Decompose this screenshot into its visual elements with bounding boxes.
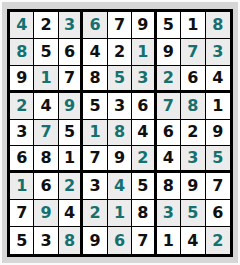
cell-r4c7[interactable]: 7 [157, 93, 181, 120]
cell-r6c9[interactable]: 5 [206, 146, 230, 173]
cell-r1c8[interactable]: 1 [181, 12, 205, 39]
cell-r6c2[interactable]: 8 [34, 146, 58, 173]
cell-r3c3[interactable]: 7 [59, 66, 83, 93]
sudoku-board: 4236795188564219739178532642495367813751… [7, 9, 233, 257]
cell-r3c4[interactable]: 8 [83, 66, 107, 93]
cell-r4c3[interactable]: 9 [59, 93, 83, 120]
cell-r2c2[interactable]: 5 [34, 39, 58, 66]
cell-r6c8[interactable]: 3 [181, 146, 205, 173]
cell-r9c8[interactable]: 4 [181, 227, 205, 254]
cell-r9c9[interactable]: 2 [206, 227, 230, 254]
cell-r9c5[interactable]: 6 [108, 227, 132, 254]
cell-r1c3[interactable]: 3 [59, 12, 83, 39]
cell-r4c5[interactable]: 3 [108, 93, 132, 120]
cell-r8c8[interactable]: 5 [181, 200, 205, 227]
cell-r7c3[interactable]: 2 [59, 173, 83, 200]
cell-r7c1[interactable]: 1 [10, 173, 34, 200]
cell-r4c2[interactable]: 4 [34, 93, 58, 120]
cell-r9c1[interactable]: 5 [10, 227, 34, 254]
cell-r5c4[interactable]: 1 [83, 120, 107, 147]
cell-r2c8[interactable]: 7 [181, 39, 205, 66]
cell-r8c2[interactable]: 9 [34, 200, 58, 227]
cell-r3c2[interactable]: 1 [34, 66, 58, 93]
cell-r1c4[interactable]: 6 [83, 12, 107, 39]
cell-r6c4[interactable]: 7 [83, 146, 107, 173]
cell-r5c2[interactable]: 7 [34, 120, 58, 147]
cell-r3c1[interactable]: 9 [10, 66, 34, 93]
cell-r9c6[interactable]: 7 [132, 227, 156, 254]
cell-r4c1[interactable]: 2 [10, 93, 34, 120]
cell-r3c6[interactable]: 3 [132, 66, 156, 93]
cell-r9c2[interactable]: 3 [34, 227, 58, 254]
cell-r4c8[interactable]: 8 [181, 93, 205, 120]
cell-r2c6[interactable]: 1 [132, 39, 156, 66]
cell-r1c5[interactable]: 7 [108, 12, 132, 39]
cell-r7c9[interactable]: 7 [206, 173, 230, 200]
cell-r1c6[interactable]: 9 [132, 12, 156, 39]
cell-r6c1[interactable]: 6 [10, 146, 34, 173]
cell-r2c1[interactable]: 8 [10, 39, 34, 66]
cell-r2c3[interactable]: 6 [59, 39, 83, 66]
cell-r5c9[interactable]: 9 [206, 120, 230, 147]
cell-r8c1[interactable]: 7 [10, 200, 34, 227]
cell-r5c8[interactable]: 2 [181, 120, 205, 147]
cell-r3c8[interactable]: 6 [181, 66, 205, 93]
cell-r7c6[interactable]: 5 [132, 173, 156, 200]
cell-r3c9[interactable]: 4 [206, 66, 230, 93]
cell-r8c3[interactable]: 4 [59, 200, 83, 227]
cell-r2c5[interactable]: 2 [108, 39, 132, 66]
cell-r1c1[interactable]: 4 [10, 12, 34, 39]
cell-r3c5[interactable]: 5 [108, 66, 132, 93]
cell-r8c5[interactable]: 1 [108, 200, 132, 227]
cell-r4c9[interactable]: 1 [206, 93, 230, 120]
cell-r5c3[interactable]: 5 [59, 120, 83, 147]
cell-r6c5[interactable]: 9 [108, 146, 132, 173]
cell-r8c4[interactable]: 2 [83, 200, 107, 227]
cell-r7c4[interactable]: 3 [83, 173, 107, 200]
cell-r4c6[interactable]: 6 [132, 93, 156, 120]
cell-r7c8[interactable]: 9 [181, 173, 205, 200]
cell-r6c6[interactable]: 2 [132, 146, 156, 173]
cell-r2c7[interactable]: 9 [157, 39, 181, 66]
cell-r9c3[interactable]: 8 [59, 227, 83, 254]
cell-r3c7[interactable]: 2 [157, 66, 181, 93]
cell-r2c9[interactable]: 3 [206, 39, 230, 66]
cell-r4c4[interactable]: 5 [83, 93, 107, 120]
cell-r1c7[interactable]: 5 [157, 12, 181, 39]
cell-r7c5[interactable]: 4 [108, 173, 132, 200]
cell-r5c1[interactable]: 3 [10, 120, 34, 147]
cell-r8c9[interactable]: 6 [206, 200, 230, 227]
cell-r9c7[interactable]: 1 [157, 227, 181, 254]
cell-r8c6[interactable]: 8 [132, 200, 156, 227]
cell-r1c9[interactable]: 8 [206, 12, 230, 39]
cell-r8c7[interactable]: 3 [157, 200, 181, 227]
cell-r9c4[interactable]: 9 [83, 227, 107, 254]
cell-r7c7[interactable]: 8 [157, 173, 181, 200]
cell-r1c2[interactable]: 2 [34, 12, 58, 39]
cell-r5c6[interactable]: 4 [132, 120, 156, 147]
cell-r7c2[interactable]: 6 [34, 173, 58, 200]
cell-r6c7[interactable]: 4 [157, 146, 181, 173]
cell-r5c7[interactable]: 6 [157, 120, 181, 147]
cell-r2c4[interactable]: 4 [83, 39, 107, 66]
cell-r5c5[interactable]: 8 [108, 120, 132, 147]
cell-r6c3[interactable]: 1 [59, 146, 83, 173]
